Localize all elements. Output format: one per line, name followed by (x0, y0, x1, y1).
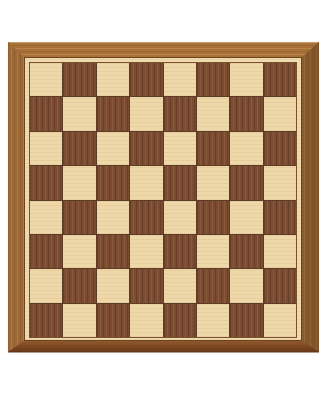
square-a1[interactable] (30, 304, 62, 337)
frame-rail-top (8, 42, 319, 58)
square-d2[interactable] (130, 269, 162, 302)
square-b7[interactable] (63, 97, 95, 130)
board-inner-line (29, 62, 297, 338)
square-e7[interactable] (164, 97, 196, 130)
square-a8[interactable] (30, 63, 62, 96)
square-f8[interactable] (197, 63, 229, 96)
square-g5[interactable] (230, 166, 262, 199)
square-h4[interactable] (264, 201, 296, 234)
square-g4[interactable] (230, 201, 262, 234)
square-d7[interactable] (130, 97, 162, 130)
square-h2[interactable] (264, 269, 296, 302)
square-a3[interactable] (30, 235, 62, 268)
square-b8[interactable] (63, 63, 95, 96)
square-e6[interactable] (164, 132, 196, 165)
square-f5[interactable] (197, 166, 229, 199)
square-h5[interactable] (264, 166, 296, 199)
square-f4[interactable] (197, 201, 229, 234)
square-a2[interactable] (30, 269, 62, 302)
square-c4[interactable] (97, 201, 129, 234)
frame-rail-left (8, 42, 25, 352)
square-f1[interactable] (197, 304, 229, 337)
square-h6[interactable] (264, 132, 296, 165)
square-a6[interactable] (30, 132, 62, 165)
square-e2[interactable] (164, 269, 196, 302)
square-h8[interactable] (264, 63, 296, 96)
square-d3[interactable] (130, 235, 162, 268)
square-g2[interactable] (230, 269, 262, 302)
frame-rail-bottom (8, 340, 319, 352)
square-e1[interactable] (164, 304, 196, 337)
square-e3[interactable] (164, 235, 196, 268)
square-g6[interactable] (230, 132, 262, 165)
square-a5[interactable] (30, 166, 62, 199)
square-f7[interactable] (197, 97, 229, 130)
square-f3[interactable] (197, 235, 229, 268)
square-g1[interactable] (230, 304, 262, 337)
frame-rail-right (301, 42, 319, 352)
square-h7[interactable] (264, 97, 296, 130)
square-g8[interactable] (230, 63, 262, 96)
square-e5[interactable] (164, 166, 196, 199)
square-b3[interactable] (63, 235, 95, 268)
square-c2[interactable] (97, 269, 129, 302)
square-b5[interactable] (63, 166, 95, 199)
square-g3[interactable] (230, 235, 262, 268)
square-h1[interactable] (264, 304, 296, 337)
square-c6[interactable] (97, 132, 129, 165)
square-b2[interactable] (63, 269, 95, 302)
board-grid (30, 63, 296, 337)
square-a7[interactable] (30, 97, 62, 130)
square-h3[interactable] (264, 235, 296, 268)
square-c7[interactable] (97, 97, 129, 130)
square-c5[interactable] (97, 166, 129, 199)
square-b4[interactable] (63, 201, 95, 234)
square-c8[interactable] (97, 63, 129, 96)
square-d8[interactable] (130, 63, 162, 96)
square-a4[interactable] (30, 201, 62, 234)
square-e4[interactable] (164, 201, 196, 234)
square-g7[interactable] (230, 97, 262, 130)
square-d6[interactable] (130, 132, 162, 165)
square-b6[interactable] (63, 132, 95, 165)
board-maple-margin (25, 58, 301, 340)
square-f6[interactable] (197, 132, 229, 165)
square-d1[interactable] (130, 304, 162, 337)
square-f2[interactable] (197, 269, 229, 302)
square-e8[interactable] (164, 63, 196, 96)
square-d5[interactable] (130, 166, 162, 199)
product-photo-page (0, 0, 327, 400)
square-d4[interactable] (130, 201, 162, 234)
square-b1[interactable] (63, 304, 95, 337)
square-c3[interactable] (97, 235, 129, 268)
square-c1[interactable] (97, 304, 129, 337)
chessboard (8, 42, 319, 352)
